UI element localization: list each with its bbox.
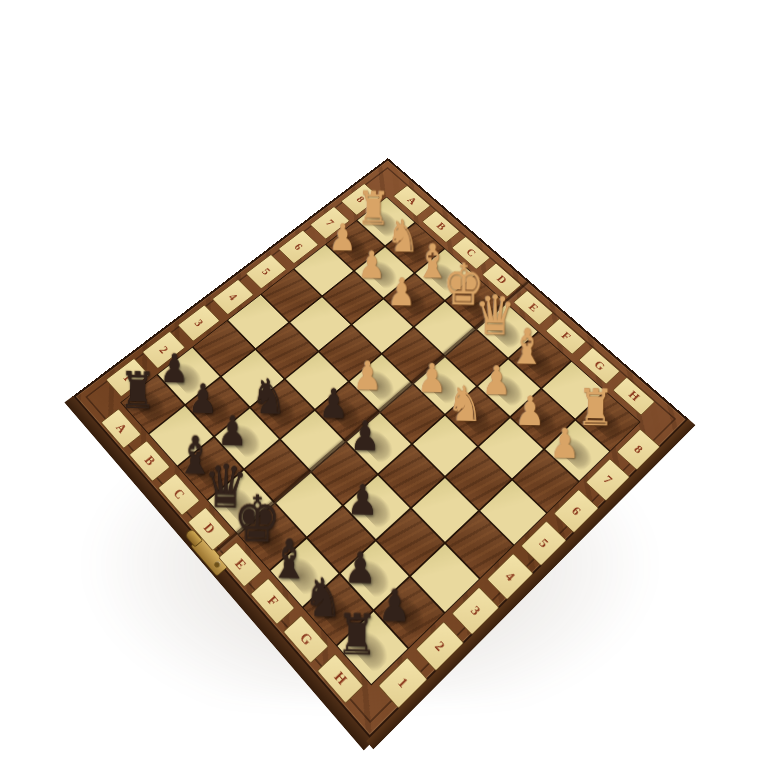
photo-scene: ♜♞♝♚♛♝♜♟♟♟♟♟♟♟♞♟♟♟♞♟♟♟♟♟♟♜♝♛♚♝♞♜ AABBCCD… <box>0 0 760 768</box>
white-pawn-f7[interactable]: ♟ <box>482 361 512 399</box>
black-pawn-b2[interactable]: ♟ <box>188 380 218 419</box>
white-rook-h8[interactable]: ♜ <box>577 384 615 433</box>
black-pawn-g2[interactable]: ♟ <box>344 547 377 589</box>
black-pawn-a2[interactable]: ♟ <box>159 349 189 387</box>
square-f4[interactable] <box>379 445 444 507</box>
black-pawn-h2[interactable]: ♟ <box>378 584 411 627</box>
white-knight-f6[interactable]: ♞ <box>446 382 482 429</box>
black-rook-h1[interactable]: ♜ <box>336 608 378 662</box>
white-rook-a8[interactable]: ♜ <box>357 187 391 231</box>
white-bishop-f8[interactable]: ♝ <box>509 324 546 371</box>
white-pawn-d5[interactable]: ♟ <box>353 356 383 394</box>
black-pawn-e4[interactable]: ♟ <box>350 416 381 456</box>
white-pawn-b7[interactable]: ♟ <box>358 246 386 282</box>
white-pawn-h7[interactable]: ♟ <box>549 423 580 463</box>
white-pawn-e6[interactable]: ♟ <box>417 359 447 397</box>
black-knight-c3[interactable]: ♞ <box>250 374 286 421</box>
black-pawn-f3[interactable]: ♟ <box>347 480 379 521</box>
black-pawn-d4[interactable]: ♟ <box>319 384 349 423</box>
black-pawn-c2[interactable]: ♟ <box>217 411 248 450</box>
white-pawn-c7[interactable]: ♟ <box>387 274 416 311</box>
black-rook-a1[interactable]: ♜ <box>119 367 157 416</box>
white-pawn-g7[interactable]: ♟ <box>515 392 545 431</box>
white-pawn-a7[interactable]: ♟ <box>329 220 357 256</box>
